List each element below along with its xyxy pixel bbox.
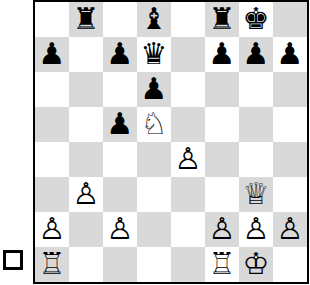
square-a5[interactable]: [35, 107, 69, 142]
white-pawn: ♙: [175, 144, 202, 174]
square-d5[interactable]: ♘: [137, 107, 171, 142]
square-g3[interactable]: ♕: [239, 177, 273, 212]
square-a4[interactable]: [35, 142, 69, 177]
square-b3[interactable]: ♙: [69, 177, 103, 212]
black-queen: ♛: [141, 39, 168, 69]
square-e5[interactable]: [171, 107, 205, 142]
chess-board: ♜♝♜♚♟♟♛♟♟♟♟♟♘♙♙♕♙♙♙♙♙♖♖♔: [33, 0, 309, 284]
square-g6[interactable]: [239, 72, 273, 107]
square-h7[interactable]: ♟: [273, 37, 307, 72]
square-c1[interactable]: [103, 247, 137, 282]
square-h5[interactable]: [273, 107, 307, 142]
square-g5[interactable]: [239, 107, 273, 142]
black-king: ♚: [243, 4, 270, 34]
square-a8[interactable]: [35, 2, 69, 37]
square-c3[interactable]: [103, 177, 137, 212]
square-g1[interactable]: ♔: [239, 247, 273, 282]
square-f3[interactable]: [205, 177, 239, 212]
square-c6[interactable]: [103, 72, 137, 107]
square-e3[interactable]: [171, 177, 205, 212]
white-king: ♔: [243, 249, 270, 279]
square-b6[interactable]: [69, 72, 103, 107]
square-c8[interactable]: [103, 2, 137, 37]
square-f6[interactable]: [205, 72, 239, 107]
square-d6[interactable]: ♟: [137, 72, 171, 107]
square-g8[interactable]: ♚: [239, 2, 273, 37]
square-h8[interactable]: [273, 2, 307, 37]
white-knight: ♘: [141, 109, 168, 139]
square-d7[interactable]: ♛: [137, 37, 171, 72]
square-f1[interactable]: ♖: [205, 247, 239, 282]
square-f8[interactable]: ♜: [205, 2, 239, 37]
square-e8[interactable]: [171, 2, 205, 37]
square-e1[interactable]: [171, 247, 205, 282]
square-a1[interactable]: ♖: [35, 247, 69, 282]
square-h2[interactable]: ♙: [273, 212, 307, 247]
square-f5[interactable]: [205, 107, 239, 142]
black-pawn: ♟: [209, 39, 236, 69]
square-h3[interactable]: [273, 177, 307, 212]
square-g7[interactable]: ♟: [239, 37, 273, 72]
square-d8[interactable]: ♝: [137, 2, 171, 37]
white-pawn: ♙: [107, 214, 134, 244]
square-e7[interactable]: [171, 37, 205, 72]
white-pawn: ♙: [73, 179, 100, 209]
square-a7[interactable]: ♟: [35, 37, 69, 72]
square-g4[interactable]: [239, 142, 273, 177]
black-pawn: ♟: [243, 39, 270, 69]
square-b4[interactable]: [69, 142, 103, 177]
square-e2[interactable]: [171, 212, 205, 247]
square-c5[interactable]: ♟: [103, 107, 137, 142]
black-pawn: ♟: [141, 74, 168, 104]
square-b5[interactable]: [69, 107, 103, 142]
square-g2[interactable]: ♙: [239, 212, 273, 247]
square-d2[interactable]: [137, 212, 171, 247]
black-pawn: ♟: [107, 109, 134, 139]
square-h1[interactable]: [273, 247, 307, 282]
square-a6[interactable]: [35, 72, 69, 107]
black-rook: ♜: [209, 4, 236, 34]
square-a2[interactable]: ♙: [35, 212, 69, 247]
square-h4[interactable]: [273, 142, 307, 177]
square-e6[interactable]: [171, 72, 205, 107]
black-pawn: ♟: [39, 39, 66, 69]
square-b8[interactable]: ♜: [69, 2, 103, 37]
square-d4[interactable]: [137, 142, 171, 177]
white-pawn: ♙: [243, 214, 270, 244]
square-d3[interactable]: [137, 177, 171, 212]
square-c2[interactable]: ♙: [103, 212, 137, 247]
square-c4[interactable]: [103, 142, 137, 177]
square-e4[interactable]: ♙: [171, 142, 205, 177]
white-rook: ♖: [209, 249, 236, 279]
white-pawn: ♙: [209, 214, 236, 244]
square-f2[interactable]: ♙: [205, 212, 239, 247]
side-to-move-indicator: [3, 250, 23, 270]
square-b7[interactable]: [69, 37, 103, 72]
square-c7[interactable]: ♟: [103, 37, 137, 72]
white-pawn: ♙: [39, 214, 66, 244]
black-bishop: ♝: [141, 4, 168, 34]
white-rook: ♖: [39, 249, 66, 279]
black-rook: ♜: [73, 4, 100, 34]
square-b1[interactable]: [69, 247, 103, 282]
square-d1[interactable]: [137, 247, 171, 282]
square-a3[interactable]: [35, 177, 69, 212]
black-pawn: ♟: [277, 39, 304, 69]
black-pawn: ♟: [107, 39, 134, 69]
white-pawn: ♙: [277, 214, 304, 244]
chess-diagram: ♜♝♜♚♟♟♛♟♟♟♟♟♘♙♙♕♙♙♙♙♙♖♖♔: [0, 0, 310, 285]
square-b2[interactable]: [69, 212, 103, 247]
white-queen: ♕: [243, 179, 270, 209]
square-f4[interactable]: [205, 142, 239, 177]
square-f7[interactable]: ♟: [205, 37, 239, 72]
square-h6[interactable]: [273, 72, 307, 107]
